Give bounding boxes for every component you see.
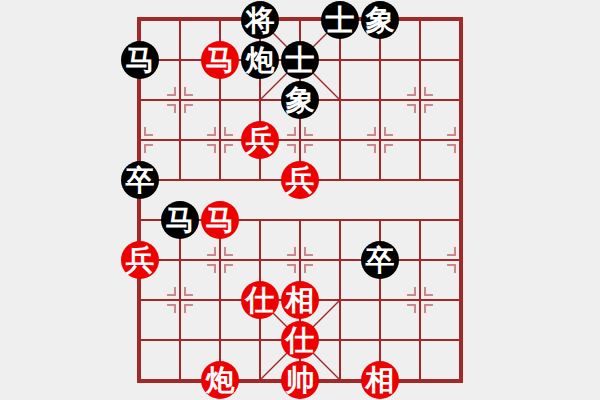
piece-black-elephant[interactable]: 象 <box>281 81 319 119</box>
piece-black-general[interactable]: 将 <box>241 1 279 39</box>
piece-red-advisor[interactable]: 仕 <box>281 321 319 359</box>
piece-black-cannon[interactable]: 炮 <box>241 41 279 79</box>
piece-red-cannon[interactable]: 炮 <box>201 361 239 399</box>
piece-red-horse[interactable]: 马 <box>201 41 239 79</box>
piece-black-pawn[interactable]: 卒 <box>121 161 159 199</box>
piece-red-pawn[interactable]: 兵 <box>281 161 319 199</box>
pieces-layer: 将士象马马炮士象兵卒兵马马兵卒仕相仕炮帅相 <box>0 0 600 400</box>
piece-red-pawn[interactable]: 兵 <box>121 241 159 279</box>
xiangqi-board-area: 将士象马马炮士象兵卒兵马马兵卒仕相仕炮帅相 <box>0 0 600 400</box>
piece-red-general[interactable]: 帅 <box>281 361 319 399</box>
piece-red-elephant[interactable]: 相 <box>281 281 319 319</box>
piece-black-pawn[interactable]: 卒 <box>361 241 399 279</box>
piece-black-advisor[interactable]: 士 <box>321 1 359 39</box>
piece-red-elephant[interactable]: 相 <box>361 361 399 399</box>
piece-red-advisor[interactable]: 仕 <box>241 281 279 319</box>
piece-black-horse[interactable]: 马 <box>121 41 159 79</box>
piece-red-horse[interactable]: 马 <box>201 201 239 239</box>
piece-black-advisor[interactable]: 士 <box>281 41 319 79</box>
piece-black-horse[interactable]: 马 <box>161 201 199 239</box>
piece-black-elephant[interactable]: 象 <box>361 1 399 39</box>
piece-red-pawn[interactable]: 兵 <box>241 121 279 159</box>
